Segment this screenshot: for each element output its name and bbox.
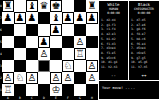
- square-g7[interactable]: ♟: [74, 12, 86, 24]
- square-b5[interactable]: [14, 36, 26, 48]
- square-h8[interactable]: ♜: [86, 0, 98, 12]
- file-label: F: [62, 96, 74, 100]
- square-c5[interactable]: [26, 36, 38, 48]
- square-b7[interactable]: ♟: [14, 12, 26, 24]
- square-d4[interactable]: ♙: [38, 48, 50, 60]
- black-pawn[interactable]: ♟: [63, 13, 73, 23]
- black-pawn[interactable]: ♟: [27, 13, 37, 23]
- square-h6[interactable]: [86, 24, 98, 36]
- panel-right-border: [159, 0, 160, 100]
- square-g5[interactable]: ♙: [74, 36, 86, 48]
- square-c8[interactable]: ♝: [26, 0, 38, 12]
- square-e8[interactable]: ♚: [50, 0, 62, 12]
- panel-bottom-border: [98, 99, 160, 100]
- white-rook[interactable]: ♖: [3, 85, 13, 95]
- chess-app-screen: 87654321 ♜♝♛♚♜♟♟♟♝♟♟♟♟♟♙♙♖♘♙♙♘♙♙♙♙♖♔ ABC…: [0, 0, 160, 100]
- square-d7[interactable]: [38, 12, 50, 24]
- square-d8[interactable]: ♛: [38, 0, 50, 12]
- square-h5[interactable]: [86, 36, 98, 48]
- square-f7[interactable]: ♟: [62, 12, 74, 24]
- square-f5[interactable]: [62, 36, 74, 48]
- square-d3[interactable]: [38, 60, 50, 72]
- square-b1[interactable]: [14, 84, 26, 96]
- square-c7[interactable]: ♟: [26, 12, 38, 24]
- square-a6[interactable]: [2, 24, 14, 36]
- square-b3[interactable]: [14, 60, 26, 72]
- file-label: C: [26, 96, 38, 100]
- square-e7[interactable]: ♝: [50, 12, 62, 24]
- white-pawn[interactable]: ♙: [51, 73, 61, 83]
- square-d6[interactable]: [38, 24, 50, 36]
- white-pawn[interactable]: ♙: [3, 73, 13, 83]
- square-f6[interactable]: [62, 24, 74, 36]
- white-knight[interactable]: ♘: [63, 61, 73, 71]
- square-f3[interactable]: ♘: [62, 60, 74, 72]
- black-rook[interactable]: ♜: [87, 1, 97, 11]
- square-f4[interactable]: [62, 48, 74, 60]
- square-h2[interactable]: ♙: [86, 72, 98, 84]
- square-b8[interactable]: [14, 0, 26, 12]
- square-e2[interactable]: ♙: [50, 72, 62, 84]
- white-pawn[interactable]: ♙: [87, 73, 97, 83]
- file-labels: ABCDEFGH: [2, 96, 98, 100]
- black-pawn[interactable]: ♟: [51, 25, 61, 35]
- square-c1[interactable]: [26, 84, 38, 96]
- file-label: G: [74, 96, 86, 100]
- white-pawn[interactable]: ♙: [75, 37, 85, 47]
- square-g2[interactable]: [74, 72, 86, 84]
- white-column: White HUMAN 0:00:00 1. d2-d42. g1-f33. c…: [99, 1, 128, 80]
- chess-board[interactable]: ♜♝♛♚♜♟♟♟♝♟♟♟♟♟♙♙♖♘♙♙♘♙♙♙♙♖♔: [2, 0, 98, 96]
- square-b2[interactable]: ♘: [14, 72, 26, 84]
- white-pawn[interactable]: ♙: [63, 73, 73, 83]
- white-more-indicator: --: [99, 73, 128, 78]
- square-e3[interactable]: [50, 60, 62, 72]
- black-bishop[interactable]: ♝: [51, 13, 61, 23]
- square-b6[interactable]: [14, 24, 26, 36]
- white-knight[interactable]: ♘: [15, 73, 25, 83]
- white-rook[interactable]: ♖: [75, 49, 85, 59]
- black-queen[interactable]: ♛: [39, 1, 49, 11]
- file-label: H: [86, 96, 98, 100]
- square-a4[interactable]: [2, 48, 14, 60]
- white-move-list[interactable]: 1. d2-d42. g1-f33. c1-f44. e2-e35. b1-d2…: [99, 18, 128, 70]
- square-a7[interactable]: ♟: [2, 12, 14, 24]
- black-pawn[interactable]: ♟: [87, 13, 97, 23]
- black-column: Black CHESSMASTER 0:00:00 1. d7-d52. e7-…: [129, 1, 159, 80]
- square-d1[interactable]: [38, 84, 50, 96]
- square-a8[interactable]: ♜: [2, 0, 14, 12]
- square-g4[interactable]: ♖: [74, 48, 86, 60]
- square-e4[interactable]: [50, 48, 62, 60]
- file-label: A: [2, 96, 14, 100]
- square-h7[interactable]: ♟: [86, 12, 98, 24]
- black-pawn[interactable]: ♟: [75, 13, 85, 23]
- prompt-box-top-border: [98, 80, 160, 81]
- black-pawn[interactable]: ♟: [15, 13, 25, 23]
- file-label: D: [38, 96, 50, 100]
- square-h1[interactable]: [86, 84, 98, 96]
- black-move-list[interactable]: 1. d7-d52. e7-e63. g8-f64. f8-e75. b8-c6…: [129, 18, 159, 70]
- square-g1[interactable]: [74, 84, 86, 96]
- white-pawn[interactable]: ♙: [27, 73, 37, 83]
- file-label: E: [50, 96, 62, 100]
- square-h4[interactable]: [86, 48, 98, 60]
- square-f8[interactable]: [62, 0, 74, 12]
- black-rook[interactable]: ♜: [3, 1, 13, 11]
- move-prompt[interactable]: Your move! ....: [102, 85, 158, 91]
- square-e1[interactable]: ♔: [50, 84, 62, 96]
- square-c3[interactable]: [26, 60, 38, 72]
- square-e6[interactable]: ♟: [50, 24, 62, 36]
- white-pawn[interactable]: ♙: [39, 49, 49, 59]
- black-bishop[interactable]: ♝: [27, 1, 37, 11]
- square-e5[interactable]: [50, 36, 62, 48]
- white-pawn[interactable]: ♙: [87, 61, 97, 71]
- black-king[interactable]: ♚: [51, 1, 61, 11]
- square-a1[interactable]: ♖: [2, 84, 14, 96]
- white-king[interactable]: ♔: [51, 85, 61, 95]
- black-more-indicator: ++: [129, 73, 159, 78]
- prompt-input-cursor[interactable]: ....: [125, 86, 135, 90]
- square-g3[interactable]: [74, 60, 86, 72]
- white-move-entry: 11. h2-h3: [99, 65, 128, 70]
- black-pawn[interactable]: ♟: [3, 13, 13, 23]
- white-clock: 0:00:00: [99, 11, 128, 15]
- square-g6[interactable]: [74, 24, 86, 36]
- square-f1[interactable]: [62, 84, 74, 96]
- square-a2[interactable]: ♙: [2, 72, 14, 84]
- square-c4[interactable]: [26, 48, 38, 60]
- square-a5[interactable]: [2, 36, 14, 48]
- square-b4[interactable]: [14, 48, 26, 60]
- square-c6[interactable]: [26, 24, 38, 36]
- square-g8[interactable]: [74, 0, 86, 12]
- square-h3[interactable]: ♙: [86, 60, 98, 72]
- prompt-text: Your move!: [102, 86, 123, 90]
- square-f2[interactable]: ♙: [62, 72, 74, 84]
- black-move-entry: 11. h7-h5: [129, 65, 159, 70]
- file-label: B: [14, 96, 26, 100]
- black-clock: 0:00:00: [129, 11, 159, 15]
- square-c2[interactable]: ♙: [26, 72, 38, 84]
- square-a3[interactable]: [2, 60, 14, 72]
- square-d2[interactable]: [38, 72, 50, 84]
- black-pawn[interactable]: ♟: [39, 37, 49, 47]
- square-d5[interactable]: ♟: [38, 36, 50, 48]
